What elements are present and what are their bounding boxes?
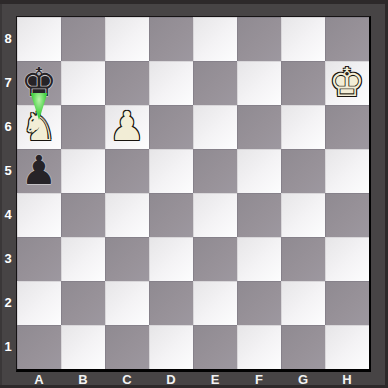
square-a5[interactable]: ♟: [17, 149, 61, 193]
file-label-c: C: [105, 372, 149, 387]
file-label-f: F: [237, 372, 281, 387]
square-c7[interactable]: [105, 61, 149, 105]
square-g1[interactable]: [281, 325, 325, 369]
square-a2[interactable]: [17, 281, 61, 325]
square-c8[interactable]: [105, 17, 149, 61]
square-g7[interactable]: [281, 61, 325, 105]
square-g6[interactable]: [281, 105, 325, 149]
square-h6[interactable]: [325, 105, 369, 149]
square-e6[interactable]: [193, 105, 237, 149]
file-label-d: D: [149, 372, 193, 387]
square-b8[interactable]: [61, 17, 105, 61]
board-frame: ♚♚♞♟♟ 87654321 ABCDEFGH: [0, 0, 388, 388]
square-f2[interactable]: [237, 281, 281, 325]
square-g3[interactable]: [281, 237, 325, 281]
file-label-e: E: [193, 372, 237, 387]
square-e1[interactable]: [193, 325, 237, 369]
rank-label-1: 1: [0, 325, 16, 369]
square-b3[interactable]: [61, 237, 105, 281]
square-a1[interactable]: [17, 325, 61, 369]
square-e7[interactable]: [193, 61, 237, 105]
rank-label-4: 4: [0, 193, 16, 237]
rank-label-5: 5: [0, 149, 16, 193]
square-b2[interactable]: [61, 281, 105, 325]
file-label-a: A: [17, 372, 61, 387]
square-c3[interactable]: [105, 237, 149, 281]
square-f7[interactable]: [237, 61, 281, 105]
square-c5[interactable]: [105, 149, 149, 193]
rank-label-6: 6: [0, 105, 16, 149]
piece-white-knight[interactable]: ♞: [21, 106, 57, 146]
square-g5[interactable]: [281, 149, 325, 193]
square-h5[interactable]: [325, 149, 369, 193]
square-h8[interactable]: [325, 17, 369, 61]
square-g2[interactable]: [281, 281, 325, 325]
square-a6[interactable]: ♞: [17, 105, 61, 149]
square-c1[interactable]: [105, 325, 149, 369]
square-f1[interactable]: [237, 325, 281, 369]
square-c2[interactable]: [105, 281, 149, 325]
file-label-g: G: [281, 372, 325, 387]
square-f3[interactable]: [237, 237, 281, 281]
square-b4[interactable]: [61, 193, 105, 237]
square-d1[interactable]: [149, 325, 193, 369]
square-d2[interactable]: [149, 281, 193, 325]
square-d3[interactable]: [149, 237, 193, 281]
square-g4[interactable]: [281, 193, 325, 237]
piece-black-king[interactable]: ♚: [21, 62, 57, 102]
square-f5[interactable]: [237, 149, 281, 193]
square-b5[interactable]: [61, 149, 105, 193]
square-d8[interactable]: [149, 17, 193, 61]
rank-label-3: 3: [0, 237, 16, 281]
square-h2[interactable]: [325, 281, 369, 325]
square-h4[interactable]: [325, 193, 369, 237]
square-d6[interactable]: [149, 105, 193, 149]
square-h7[interactable]: ♚: [325, 61, 369, 105]
square-h1[interactable]: [325, 325, 369, 369]
piece-white-king[interactable]: ♚: [329, 62, 365, 102]
square-h3[interactable]: [325, 237, 369, 281]
file-label-b: B: [61, 372, 105, 387]
square-e8[interactable]: [193, 17, 237, 61]
piece-white-pawn[interactable]: ♟: [109, 106, 145, 146]
square-b6[interactable]: [61, 105, 105, 149]
square-f8[interactable]: [237, 17, 281, 61]
square-a7[interactable]: ♚: [17, 61, 61, 105]
square-d4[interactable]: [149, 193, 193, 237]
square-a8[interactable]: [17, 17, 61, 61]
square-e4[interactable]: [193, 193, 237, 237]
file-label-h: H: [325, 372, 369, 387]
rank-label-8: 8: [0, 17, 16, 61]
square-f6[interactable]: [237, 105, 281, 149]
rank-label-2: 2: [0, 281, 16, 325]
square-d7[interactable]: [149, 61, 193, 105]
chess-board: ♚♚♞♟♟: [16, 16, 371, 372]
square-c4[interactable]: [105, 193, 149, 237]
square-f4[interactable]: [237, 193, 281, 237]
square-a4[interactable]: [17, 193, 61, 237]
square-b7[interactable]: [61, 61, 105, 105]
square-e2[interactable]: [193, 281, 237, 325]
square-b1[interactable]: [61, 325, 105, 369]
square-c6[interactable]: ♟: [105, 105, 149, 149]
square-g8[interactable]: [281, 17, 325, 61]
rank-label-7: 7: [0, 61, 16, 105]
square-e3[interactable]: [193, 237, 237, 281]
square-d5[interactable]: [149, 149, 193, 193]
square-e5[interactable]: [193, 149, 237, 193]
square-a3[interactable]: [17, 237, 61, 281]
piece-black-pawn[interactable]: ♟: [21, 150, 57, 190]
